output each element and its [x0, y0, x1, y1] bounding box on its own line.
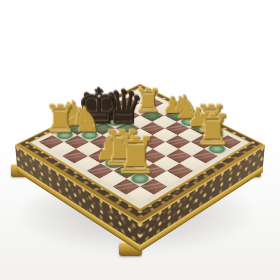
piece-gold-rook: ♜	[204, 142, 230, 156]
chess-board: ♜♟♝♝♞♞♚♛♟♜♞♜♜♟♜♜	[15, 81, 265, 220]
perspective-stage: ♜♟♝♝♞♞♚♛♟♜♞♜♜♟♜♜	[0, 0, 280, 280]
piece-gold-rook: ♜	[127, 171, 154, 187]
rook-glyph: ♜	[113, 131, 158, 181]
chess-set-photo: ♜♟♝♝♞♞♚♛♟♜♞♜♜♟♜♜	[0, 0, 280, 280]
rook-glyph: ♜	[194, 109, 232, 151]
